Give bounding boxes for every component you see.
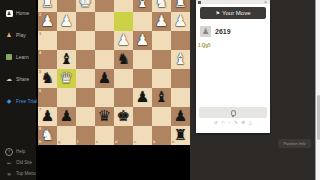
black-bishop[interactable]: ♝ [152, 88, 171, 107]
sidebar-item-label: Learn [16, 54, 29, 60]
sidebar-item-play[interactable]: ♟ Play [0, 24, 36, 46]
sidebar-item-help[interactable]: ? Help [0, 146, 36, 157]
settings-icon[interactable]: ⚙ [241, 120, 245, 126]
panel-tab-icon [198, 1, 201, 4]
white-pawn[interactable]: ♟ [152, 12, 171, 31]
play-pawn-icon: ♟ [5, 32, 13, 38]
help-icon: ? [5, 148, 13, 156]
square-h5[interactable]: 5♞ [38, 69, 57, 88]
sidebar-nav: ♟ Home ♟ Play Learn ☁ Share ◆ Free Trial [0, 0, 36, 112]
close-icon[interactable]: × [264, 0, 267, 4]
file-label: e [96, 140, 98, 144]
square-a2[interactable]: ♟ [171, 12, 190, 31]
white-bishop[interactable]: ♝ [171, 50, 190, 69]
square-f7[interactable] [76, 107, 95, 126]
square-a4[interactable]: ♝ [171, 50, 190, 69]
square-f8[interactable]: f [76, 126, 95, 145]
square-a3[interactable] [171, 31, 190, 50]
resign-icon[interactable]: △ [249, 120, 252, 126]
square-h2[interactable]: 2♟ [38, 12, 57, 31]
rank-label: 4 [39, 51, 41, 55]
sidebar-item-label: Home [16, 10, 29, 16]
square-f2[interactable] [76, 12, 95, 31]
white-rook[interactable]: ♜ [171, 0, 190, 12]
square-a1[interactable]: ♜ [171, 0, 190, 12]
square-d5[interactable] [114, 69, 133, 88]
square-g6[interactable] [57, 88, 76, 107]
white-king[interactable]: ♚ [76, 0, 95, 12]
square-d6[interactable] [114, 88, 133, 107]
square-c2[interactable] [133, 12, 152, 31]
square-b8[interactable]: b [152, 126, 171, 145]
square-g4[interactable]: ♝ [57, 50, 76, 69]
game-panel: × ⚑ Your Move ♟ 2619 1.Qg5 ↺⚐‹✎⚙△ [196, 0, 270, 133]
black-pawn[interactable]: ♟ [95, 69, 114, 88]
square-b3[interactable] [152, 31, 171, 50]
square-f3[interactable] [76, 31, 95, 50]
undo-icon[interactable]: ↺ [214, 120, 218, 126]
sidebar-item-label: Play [16, 32, 26, 38]
square-c1[interactable]: ♝ [133, 0, 152, 12]
diamond-icon: ◆ [5, 98, 13, 104]
position-info-button[interactable]: Position Info [278, 139, 311, 148]
square-g3[interactable] [57, 31, 76, 50]
black-pawn[interactable]: ♟ [133, 88, 152, 107]
learn-icon [6, 54, 12, 60]
square-g8[interactable]: g [57, 126, 76, 145]
share-cloud-icon: ☁ [5, 76, 13, 82]
square-f4[interactable] [76, 50, 95, 69]
square-d2[interactable] [114, 12, 133, 31]
square-a7[interactable]: ♟ [171, 107, 190, 126]
square-d1[interactable] [114, 0, 133, 12]
avatar[interactable]: ♟ [200, 26, 211, 37]
square-c3[interactable]: ♟ [133, 31, 152, 50]
chess-board[interactable]: 1♜♚♝♞♜2♟♟♟♟3♟♟4♝♞♝5♞♛♟6♟♝7♟♟♛♚♟8h♞gfedcb… [38, 0, 190, 145]
square-e2[interactable] [95, 12, 114, 31]
white-knight[interactable]: ♞ [38, 126, 57, 145]
square-h3[interactable]: 3 [38, 31, 57, 50]
square-g7[interactable]: ♟ [57, 107, 76, 126]
square-c8[interactable]: c [133, 126, 152, 145]
your-move-label: Your Move [222, 10, 250, 16]
white-knight[interactable]: ♞ [152, 0, 171, 12]
square-f5[interactable] [76, 69, 95, 88]
square-d3[interactable]: ♟ [114, 31, 133, 50]
square-h4[interactable]: 4 [38, 50, 57, 69]
file-label: d [115, 140, 117, 144]
sidebar-item-label: Share [16, 76, 29, 82]
sidebar-item-learn[interactable]: Learn [0, 46, 36, 68]
square-a6[interactable] [171, 88, 190, 107]
hamburger-menu-icon: ≡ [5, 171, 13, 177]
square-e3[interactable] [95, 31, 114, 50]
panel-action-icons: ↺⚐‹✎⚙△ [196, 120, 270, 126]
square-b6[interactable]: ♝ [152, 88, 171, 107]
black-king[interactable]: ♚ [114, 107, 133, 126]
square-g1[interactable] [57, 0, 76, 12]
flag-icon[interactable]: ⚐ [221, 120, 225, 126]
black-rook[interactable]: ♜ [171, 126, 190, 145]
sidebar-item-old-site[interactable]: ↩ Old Site [0, 157, 36, 168]
player-row: ♟ 2619 [200, 26, 231, 37]
analysis-icon[interactable]: ✎ [234, 120, 238, 126]
your-move-button[interactable]: ⚑ Your Move [200, 7, 266, 19]
file-label: f [77, 140, 78, 144]
file-label: b [153, 140, 155, 144]
square-h7[interactable]: 7♟ [38, 107, 57, 126]
sidebar: ♟ Home ♟ Play Learn ☁ Share ◆ Free Trial [0, 0, 36, 180]
sidebar-item-home[interactable]: ♟ Home [0, 2, 36, 24]
square-c6[interactable]: ♟ [133, 88, 152, 107]
black-pawn[interactable]: ♟ [57, 107, 76, 126]
rank-label: 6 [39, 89, 41, 93]
black-pawn[interactable]: ♟ [171, 107, 190, 126]
square-h6[interactable]: 6 [38, 88, 57, 107]
square-g5[interactable]: ♛ [57, 69, 76, 88]
sidebar-footer: ? Help ↩ Old Site ≡ Top Menu [0, 146, 36, 179]
white-queen[interactable]: ♛ [57, 69, 76, 88]
app-window: ♟ Home ♟ Play Learn ☁ Share ◆ Free Trial [0, 0, 320, 180]
white-pawn[interactable]: ♟ [38, 12, 57, 31]
sidebar-item-free-trial[interactable]: ◆ Free Trial [0, 90, 36, 112]
sidebar-item-label: Old Site [16, 160, 32, 165]
lightbulb-icon [231, 110, 236, 116]
white-bishop[interactable]: ♝ [133, 0, 152, 12]
black-pawn[interactable]: ♟ [38, 107, 57, 126]
square-b1[interactable]: ♞ [152, 0, 171, 12]
square-c5[interactable] [133, 69, 152, 88]
square-f1[interactable]: ♚ [76, 0, 95, 12]
white-rook[interactable]: ♜ [38, 0, 57, 12]
old-site-icon: ↩ [5, 160, 13, 166]
square-g2[interactable]: ♟ [57, 12, 76, 31]
rank-label: 3 [39, 32, 41, 36]
square-b7[interactable] [152, 107, 171, 126]
square-e6[interactable] [95, 88, 114, 107]
square-e7[interactable]: ♛ [95, 107, 114, 126]
white-pawn[interactable]: ♟ [57, 12, 76, 31]
square-f6[interactable] [76, 88, 95, 107]
sidebar-item-share[interactable]: ☁ Share [0, 68, 36, 90]
file-label: g [58, 140, 60, 144]
square-e5[interactable]: ♟ [95, 69, 114, 88]
square-b2[interactable]: ♟ [152, 12, 171, 31]
sidebar-item-label: Top Menu [16, 171, 36, 176]
black-bishop[interactable]: ♝ [57, 50, 76, 69]
scrollbar[interactable] [315, 0, 320, 180]
square-b4[interactable] [152, 50, 171, 69]
square-e4[interactable] [95, 50, 114, 69]
panel-header: × [196, 0, 270, 4]
square-h8[interactable]: 8h♞ [38, 126, 57, 145]
black-queen[interactable]: ♛ [95, 107, 114, 126]
white-pawn[interactable]: ♟ [171, 12, 190, 31]
square-a8[interactable]: a♜ [171, 126, 190, 145]
square-d4[interactable]: ♞ [114, 50, 133, 69]
black-knight[interactable]: ♞ [114, 50, 133, 69]
square-c7[interactable] [133, 107, 152, 126]
player-rating: 2619 [215, 28, 231, 35]
back-icon[interactable]: ‹ [229, 120, 231, 126]
sidebar-item-top-menu[interactable]: ≡ Top Menu [0, 168, 36, 179]
file-label: c [134, 140, 136, 144]
square-a5[interactable] [171, 69, 190, 88]
white-pawn[interactable]: ♟ [133, 31, 152, 50]
square-e1[interactable] [95, 0, 114, 12]
move-list[interactable]: 1.Qg5 [198, 43, 211, 48]
square-e8[interactable]: e [95, 126, 114, 145]
home-logo-icon: ♟ [6, 10, 13, 17]
square-h1[interactable]: 1♜ [38, 0, 57, 12]
move-flag-icon: ⚑ [216, 11, 220, 16]
square-d8[interactable]: d [114, 126, 133, 145]
black-knight[interactable]: ♞ [38, 69, 57, 88]
square-b5[interactable] [152, 69, 171, 88]
white-pawn[interactable]: ♟ [114, 31, 133, 50]
square-c4[interactable] [133, 50, 152, 69]
sidebar-item-label: Free Trial [16, 98, 37, 104]
hint-bar[interactable] [199, 107, 267, 118]
square-d7[interactable]: ♚ [114, 107, 133, 126]
sidebar-item-label: Help [16, 149, 25, 154]
